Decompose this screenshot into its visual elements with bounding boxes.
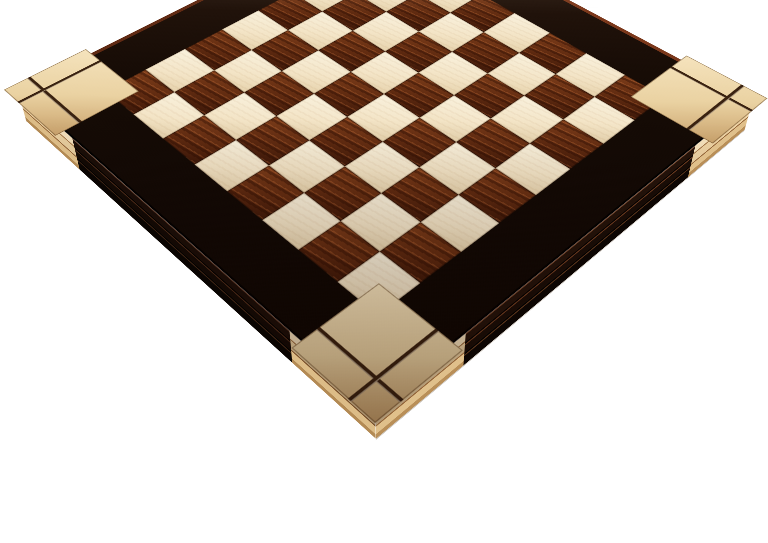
square-g2 — [341, 193, 420, 251]
square-f2 — [304, 166, 381, 221]
corner-block-left — [4, 49, 139, 136]
square-d3 — [276, 93, 348, 140]
square-e4 — [348, 94, 420, 141]
chessboard — [18, 0, 753, 407]
square-g6 — [491, 96, 563, 143]
square-e2 — [269, 140, 344, 192]
square-f1 — [262, 192, 341, 250]
square-e1 — [227, 165, 304, 220]
square-f4 — [383, 117, 456, 167]
square-h4 — [459, 168, 536, 223]
square-g4 — [420, 142, 495, 194]
square-h5 — [495, 143, 571, 195]
square-c2 — [205, 92, 276, 139]
corner-block-near — [291, 283, 463, 423]
square-h6 — [530, 119, 604, 169]
square-f3 — [344, 141, 419, 193]
square-d1 — [194, 139, 269, 191]
square-g1 — [298, 221, 379, 282]
product-photo-scene — [0, 0, 768, 543]
square-b1 — [133, 92, 204, 139]
board-3d-wrapper — [124, 0, 644, 354]
corner-block-right — [631, 55, 768, 143]
square-h7 — [563, 96, 635, 143]
square-d2 — [236, 116, 309, 165]
square-e3 — [309, 117, 382, 166]
square-c1 — [163, 115, 236, 164]
square-h3 — [420, 194, 499, 252]
square-f5 — [419, 95, 491, 142]
square-h2 — [380, 222, 461, 283]
square-g3 — [381, 167, 458, 222]
square-h1 — [337, 251, 421, 315]
square-g5 — [456, 118, 530, 168]
